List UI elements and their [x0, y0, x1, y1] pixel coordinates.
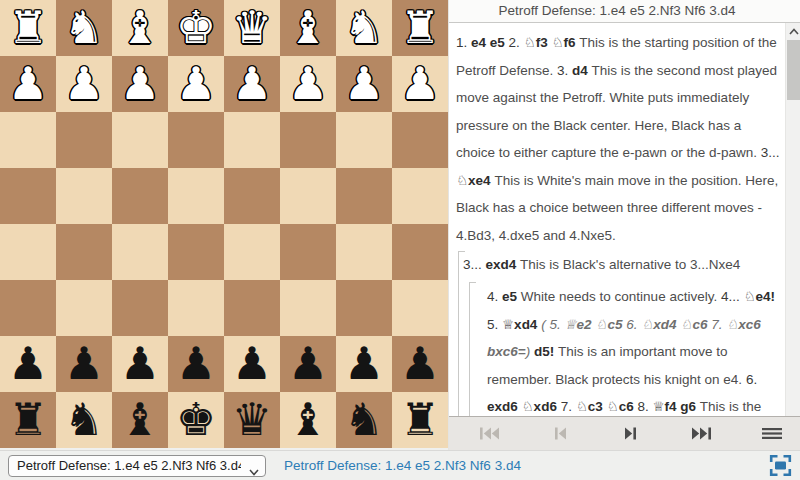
bottom-bar: Petroff Defense: 1.e4 e5 2.Nf3 Nf6 3.d4 …	[0, 450, 800, 480]
fullscreen-icon	[769, 454, 792, 477]
square-f4[interactable]	[112, 168, 168, 224]
square-a4[interactable]	[392, 168, 448, 224]
square-c6[interactable]	[280, 280, 336, 336]
square-e2[interactable]: ♟	[168, 56, 224, 112]
square-c4[interactable]	[280, 168, 336, 224]
move-text-segment[interactable]: 4...	[721, 289, 744, 304]
move-text-segment[interactable]: 7.	[561, 399, 576, 414]
square-a5[interactable]	[392, 224, 448, 280]
annotation-text[interactable]: 1. e4 e5 2. ♘f3 ♘f6 This is the starting…	[449, 23, 800, 416]
piece-black-pawn: ♟	[344, 336, 384, 392]
move-text-segment[interactable]: d5!	[534, 344, 558, 359]
annotation-body: 1. e4 e5 2. ♘f3 ♘f6 This is the starting…	[449, 23, 800, 416]
fullscreen-button[interactable]	[768, 454, 792, 478]
piece-black-bishop: ♝	[120, 392, 160, 448]
square-b1[interactable]: ♞	[336, 0, 392, 56]
piece-black-pawn: ♟	[120, 336, 160, 392]
piece-white-pawn: ♟	[400, 56, 440, 112]
move-text-segment[interactable]: exd6 ♘xd6	[487, 399, 561, 414]
move-text-segment[interactable]: ♕e2 ♘c5	[564, 317, 626, 332]
chess-board[interactable]: ♜♞♝♚♛♝♞♜♟♟♟♟♟♟♟♟♟♟♟♟♟♟♟♟♜♞♝♚♛♝♞♜	[0, 0, 448, 448]
square-d5[interactable]	[224, 224, 280, 280]
annotation-panel: Petroff Defense: 1.e4 e5 2.Nf3 Nf6 3.d4 …	[448, 0, 800, 450]
square-f2[interactable]: ♟	[112, 56, 168, 112]
square-g4[interactable]	[56, 168, 112, 224]
square-b5[interactable]	[336, 224, 392, 280]
chapter-dropdown[interactable]: Petroff Defense: 1.e4 e5 2.Nf3 Nf6 3.d4	[8, 455, 266, 477]
main-line-paragraph[interactable]: 1. e4 e5 2. ♘f3 ♘f6 This is the starting…	[456, 29, 780, 249]
go-to-end-icon	[691, 426, 712, 441]
piece-black-pawn: ♟	[8, 336, 48, 392]
square-h6[interactable]	[0, 280, 56, 336]
square-c1[interactable]: ♝	[280, 0, 336, 56]
piece-black-knight: ♞	[64, 392, 104, 448]
piece-black-queen: ♛	[232, 392, 272, 448]
move-text-segment[interactable]: d4	[572, 63, 592, 78]
move-text-segment[interactable]: 5.	[487, 317, 502, 332]
variation-block-1[interactable]: 3... exd4 This is Black's alternative to…	[458, 251, 780, 416]
move-text-segment[interactable]: )	[526, 344, 534, 359]
square-c2[interactable]: ♟	[280, 56, 336, 112]
piece-black-pawn: ♟	[232, 336, 272, 392]
piece-white-pawn: ♟	[8, 56, 48, 112]
square-f7[interactable]: ♟	[112, 336, 168, 392]
square-h2[interactable]: ♟	[0, 56, 56, 112]
move-text-segment[interactable]: 4.	[487, 289, 502, 304]
move-text-segment[interactable]: 8.	[637, 399, 652, 414]
piece-black-rook: ♜	[8, 392, 48, 448]
piece-white-pawn: ♟	[120, 56, 160, 112]
move-text-segment: This is Black's alternative to 3...Nxe4	[520, 257, 740, 272]
square-e1[interactable]: ♚	[168, 0, 224, 56]
chess-study-app: ♜♞♝♚♛♝♞♜♟♟♟♟♟♟♟♟♟♟♟♟♟♟♟♟♜♞♝♚♛♝♞♜ Petroff…	[0, 0, 800, 480]
square-a3[interactable]	[392, 112, 448, 168]
move-text-segment[interactable]: ♘xd4 ♘c6	[641, 317, 711, 332]
go-to-end-button[interactable]	[687, 423, 715, 445]
study-link[interactable]: Petroff Defense: 1.e4 e5 2.Nf3 Nf6 3.d4	[284, 458, 521, 473]
square-c8[interactable]: ♝	[280, 392, 336, 448]
panel-scrollbar[interactable]	[785, 23, 800, 416]
piece-black-pawn: ♟	[288, 336, 328, 392]
square-g8[interactable]: ♞	[56, 392, 112, 448]
move-text-segment[interactable]: 3...	[761, 145, 780, 160]
square-c7[interactable]: ♟	[280, 336, 336, 392]
piece-white-knight: ♞	[344, 0, 384, 56]
square-g3[interactable]	[56, 112, 112, 168]
square-g7[interactable]: ♟	[56, 336, 112, 392]
hamburger-menu-icon	[761, 426, 783, 441]
move-text-segment[interactable]: 1.	[456, 35, 471, 50]
piece-black-rook: ♜	[400, 392, 440, 448]
move-navigation-bar	[449, 416, 800, 450]
chapter-select-wrap: Petroff Defense: 1.e4 e5 2.Nf3 Nf6 3.d4	[8, 455, 266, 477]
square-g2[interactable]: ♟	[56, 56, 112, 112]
piece-white-rook: ♜	[400, 0, 440, 56]
step-forward-icon	[624, 426, 638, 441]
square-h7[interactable]: ♟	[0, 336, 56, 392]
square-e8[interactable]: ♚	[168, 392, 224, 448]
square-h8[interactable]: ♜	[0, 392, 56, 448]
square-b8[interactable]: ♞	[336, 392, 392, 448]
square-e5[interactable]	[168, 224, 224, 280]
square-d4[interactable]	[224, 168, 280, 224]
move-text-segment[interactable]: 2.	[509, 35, 524, 50]
square-h4[interactable]	[0, 168, 56, 224]
square-d3[interactable]	[224, 112, 280, 168]
piece-black-bishop: ♝	[288, 392, 328, 448]
square-d2[interactable]: ♟	[224, 56, 280, 112]
piece-white-pawn: ♟	[176, 56, 216, 112]
square-b2[interactable]: ♟	[336, 56, 392, 112]
variation-block-2[interactable]: 4. e5 White needs to continue actively. …	[469, 282, 780, 416]
piece-white-pawn: ♟	[64, 56, 104, 112]
scrollbar-thumb[interactable]	[787, 40, 800, 100]
piece-white-pawn: ♟	[288, 56, 328, 112]
move-text-segment: White needs to continue actively.	[521, 289, 721, 304]
board-area: ♜♞♝♚♛♝♞♜♟♟♟♟♟♟♟♟♟♟♟♟♟♟♟♟♜♞♝♚♛♝♞♜	[0, 0, 448, 450]
go-to-start-button[interactable]	[475, 423, 503, 445]
square-d7[interactable]: ♟	[224, 336, 280, 392]
square-b3[interactable]	[336, 112, 392, 168]
piece-black-pawn: ♟	[176, 336, 216, 392]
square-e6[interactable]	[168, 280, 224, 336]
square-f5[interactable]	[112, 224, 168, 280]
move-text-segment[interactable]: ♘e4!	[743, 289, 775, 304]
move-text-segment[interactable]: 5.	[549, 317, 564, 332]
move-text-segment[interactable]: exd4	[486, 257, 521, 272]
piece-black-king: ♚	[176, 392, 216, 448]
move-text-segment[interactable]: 6.	[746, 372, 757, 387]
piece-white-queen: ♛	[232, 0, 272, 56]
piece-white-bishop: ♝	[288, 0, 328, 56]
square-h3[interactable]	[0, 112, 56, 168]
square-f8[interactable]: ♝	[112, 392, 168, 448]
step-back-icon	[553, 426, 567, 441]
move-text-segment[interactable]: ♘f3 ♘f6	[524, 35, 580, 50]
move-text-segment[interactable]: e4 e5	[471, 35, 509, 50]
go-to-start-icon	[479, 426, 500, 441]
square-a7[interactable]: ♟	[392, 336, 448, 392]
square-g6[interactable]	[56, 280, 112, 336]
square-g1[interactable]: ♞	[56, 0, 112, 56]
square-h1[interactable]: ♜	[0, 0, 56, 56]
menu-button[interactable]	[758, 423, 786, 445]
square-d8[interactable]: ♛	[224, 392, 280, 448]
square-a6[interactable]	[392, 280, 448, 336]
square-f6[interactable]	[112, 280, 168, 336]
square-d1[interactable]: ♛	[224, 0, 280, 56]
variation-1-text[interactable]: 3... exd4 This is Black's alternative to…	[463, 257, 740, 272]
piece-white-king: ♚	[176, 0, 216, 56]
square-e4[interactable]	[168, 168, 224, 224]
piece-white-knight: ♞	[64, 0, 104, 56]
square-g5[interactable]	[56, 224, 112, 280]
piece-black-pawn: ♟	[64, 336, 104, 392]
move-text-segment[interactable]: 6.	[626, 317, 641, 332]
study-chapter-title: Petroff Defense: 1.e4 e5 2.Nf3 Nf6 3.d4	[449, 0, 800, 23]
square-a1[interactable]: ♜	[392, 0, 448, 56]
move-text-segment[interactable]: ♕xd4	[502, 317, 541, 332]
move-text-segment: This is White's main move in the positio…	[456, 173, 778, 243]
step-back-button[interactable]	[546, 423, 574, 445]
piece-white-pawn: ♟	[232, 56, 272, 112]
move-text-segment[interactable]: ♘xe4	[456, 173, 494, 188]
square-f3[interactable]	[112, 112, 168, 168]
piece-white-bishop: ♝	[120, 0, 160, 56]
move-text-segment[interactable]: 3.	[557, 63, 572, 78]
square-b7[interactable]: ♟	[336, 336, 392, 392]
move-text-segment[interactable]: e5	[502, 289, 521, 304]
square-c3[interactable]	[280, 112, 336, 168]
move-text-segment[interactable]: ♕f4 g6	[652, 399, 699, 414]
square-a2[interactable]: ♟	[392, 56, 448, 112]
square-h5[interactable]	[0, 224, 56, 280]
piece-black-pawn: ♟	[400, 336, 440, 392]
piece-white-pawn: ♟	[344, 56, 384, 112]
move-text-segment[interactable]: ♘c3 ♘c6	[576, 399, 638, 414]
square-e7[interactable]: ♟	[168, 336, 224, 392]
square-c5[interactable]	[280, 224, 336, 280]
square-e3[interactable]	[168, 112, 224, 168]
move-text-segment[interactable]: 3...	[463, 257, 486, 272]
variation-2-text[interactable]: 4. e5 White needs to continue actively. …	[487, 289, 775, 416]
square-b4[interactable]	[336, 168, 392, 224]
square-f1[interactable]: ♝	[112, 0, 168, 56]
step-forward-button[interactable]	[617, 423, 645, 445]
piece-black-knight: ♞	[344, 392, 384, 448]
piece-white-rook: ♜	[8, 0, 48, 56]
square-d6[interactable]	[224, 280, 280, 336]
square-a8[interactable]: ♜	[392, 392, 448, 448]
move-text-segment[interactable]: 7.	[711, 317, 726, 332]
square-b6[interactable]	[336, 280, 392, 336]
scroll-up-icon[interactable]	[786, 24, 800, 39]
